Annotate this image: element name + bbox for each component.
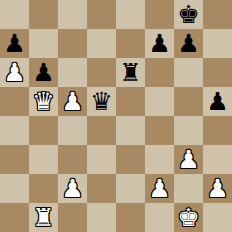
square-d2[interactable]	[87, 174, 116, 203]
square-g3[interactable]: ♟	[174, 145, 203, 174]
square-g8[interactable]: ♚	[174, 0, 203, 29]
square-f2[interactable]: ♟	[145, 174, 174, 203]
square-a6[interactable]: ♟	[0, 58, 29, 87]
square-h2[interactable]: ♟	[203, 174, 232, 203]
square-e5[interactable]	[116, 87, 145, 116]
square-h6[interactable]	[203, 58, 232, 87]
square-c3[interactable]	[58, 145, 87, 174]
white-pawn[interactable]: ♟	[148, 174, 170, 203]
square-g7[interactable]: ♟	[174, 29, 203, 58]
square-h4[interactable]	[203, 116, 232, 145]
square-g2[interactable]	[174, 174, 203, 203]
square-f5[interactable]	[145, 87, 174, 116]
white-pawn[interactable]: ♟	[61, 174, 83, 203]
white-pawn[interactable]: ♟	[61, 87, 83, 116]
square-e8[interactable]	[116, 0, 145, 29]
square-h3[interactable]	[203, 145, 232, 174]
white-pawn[interactable]: ♟	[3, 58, 25, 87]
square-b1[interactable]: ♜	[29, 203, 58, 232]
square-h1[interactable]	[203, 203, 232, 232]
square-a2[interactable]	[0, 174, 29, 203]
square-c1[interactable]	[58, 203, 87, 232]
white-queen[interactable]: ♛	[32, 87, 54, 116]
square-d6[interactable]	[87, 58, 116, 87]
white-rook[interactable]: ♜	[32, 203, 54, 232]
square-a5[interactable]	[0, 87, 29, 116]
square-h7[interactable]	[203, 29, 232, 58]
square-b2[interactable]	[29, 174, 58, 203]
square-d4[interactable]	[87, 116, 116, 145]
square-b6[interactable]: ♟	[29, 58, 58, 87]
square-e1[interactable]	[116, 203, 145, 232]
square-g1[interactable]: ♚	[174, 203, 203, 232]
black-rook[interactable]: ♜	[119, 58, 141, 87]
square-c4[interactable]	[58, 116, 87, 145]
square-f1[interactable]	[145, 203, 174, 232]
square-g5[interactable]	[174, 87, 203, 116]
square-g6[interactable]	[174, 58, 203, 87]
black-pawn[interactable]: ♟	[32, 58, 54, 87]
square-e2[interactable]	[116, 174, 145, 203]
square-c2[interactable]: ♟	[58, 174, 87, 203]
square-d1[interactable]	[87, 203, 116, 232]
square-b8[interactable]	[29, 0, 58, 29]
black-pawn[interactable]: ♟	[148, 29, 170, 58]
square-c5[interactable]: ♟	[58, 87, 87, 116]
square-a1[interactable]	[0, 203, 29, 232]
square-a7[interactable]: ♟	[0, 29, 29, 58]
white-pawn[interactable]: ♟	[206, 174, 228, 203]
black-queen[interactable]: ♛	[90, 87, 112, 116]
square-c8[interactable]	[58, 0, 87, 29]
square-f6[interactable]	[145, 58, 174, 87]
square-d8[interactable]	[87, 0, 116, 29]
square-e7[interactable]	[116, 29, 145, 58]
square-d3[interactable]	[87, 145, 116, 174]
square-c6[interactable]	[58, 58, 87, 87]
square-e6[interactable]: ♜	[116, 58, 145, 87]
square-f7[interactable]: ♟	[145, 29, 174, 58]
square-h8[interactable]	[203, 0, 232, 29]
square-c7[interactable]	[58, 29, 87, 58]
white-king[interactable]: ♚	[177, 203, 199, 232]
square-h5[interactable]: ♟	[203, 87, 232, 116]
square-b3[interactable]	[29, 145, 58, 174]
black-pawn[interactable]: ♟	[177, 29, 199, 58]
square-a8[interactable]	[0, 0, 29, 29]
black-king[interactable]: ♚	[177, 0, 199, 29]
square-e4[interactable]	[116, 116, 145, 145]
square-f8[interactable]	[145, 0, 174, 29]
square-b5[interactable]: ♛	[29, 87, 58, 116]
square-d7[interactable]	[87, 29, 116, 58]
black-pawn[interactable]: ♟	[3, 29, 25, 58]
square-b7[interactable]	[29, 29, 58, 58]
square-b4[interactable]	[29, 116, 58, 145]
black-pawn[interactable]: ♟	[206, 87, 228, 116]
square-f4[interactable]	[145, 116, 174, 145]
square-g4[interactable]	[174, 116, 203, 145]
square-a3[interactable]	[0, 145, 29, 174]
chess-board: ♚♟♟♟♟♟♜♛♟♛♟♟♟♟♟♜♚	[0, 0, 232, 232]
square-a4[interactable]	[0, 116, 29, 145]
white-pawn[interactable]: ♟	[177, 145, 199, 174]
square-d5[interactable]: ♛	[87, 87, 116, 116]
square-f3[interactable]	[145, 145, 174, 174]
square-e3[interactable]	[116, 145, 145, 174]
